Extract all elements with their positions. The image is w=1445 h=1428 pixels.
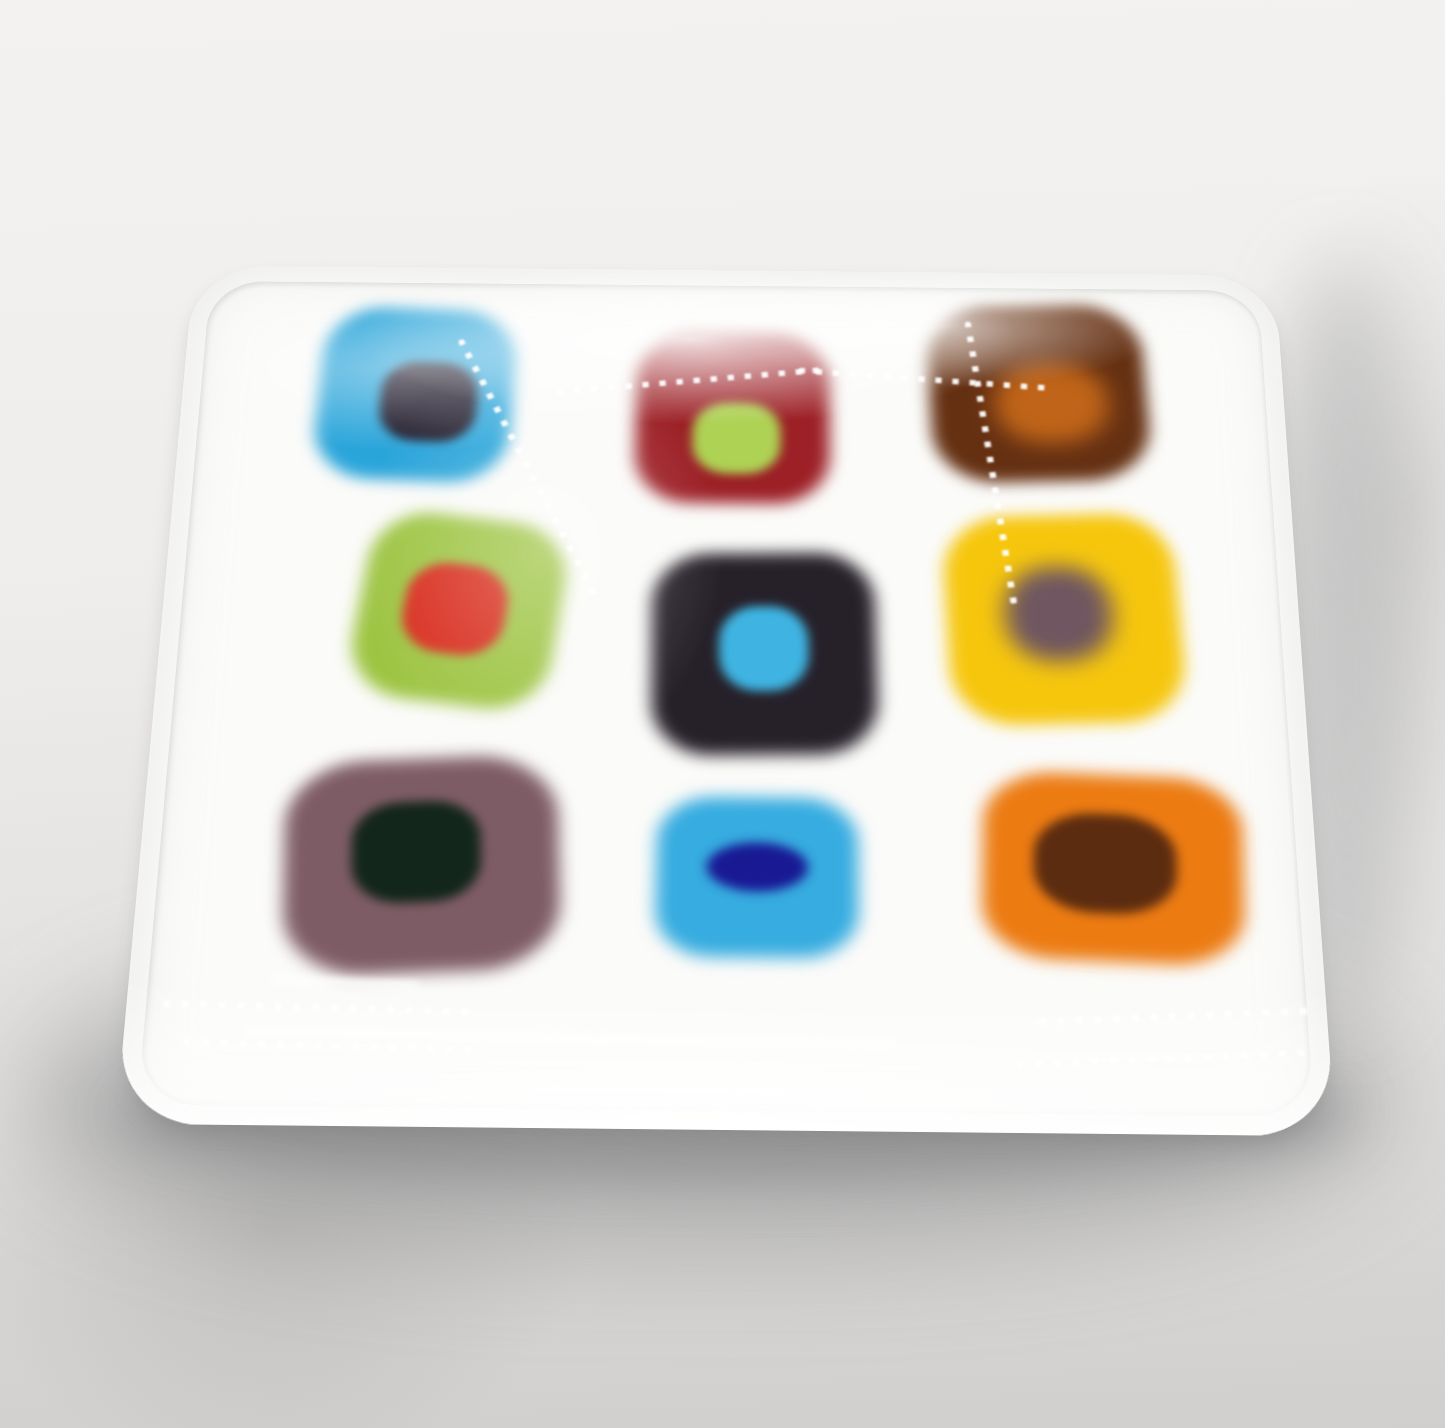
tile-r3c3-inner-square xyxy=(1033,811,1177,916)
specular-row-bottom-right-1 xyxy=(1039,1007,1315,1025)
specular-row-bottom-left-2 xyxy=(183,1038,480,1053)
glass-dish xyxy=(116,266,1336,1137)
dish-3d-wrap xyxy=(116,266,1336,1137)
tile-r2c3 xyxy=(941,513,1189,726)
tile-r1c3 xyxy=(925,304,1154,484)
tile-r1c2 xyxy=(633,333,830,503)
photo-canvas xyxy=(0,0,1445,1428)
tile-r1c2-inner-square xyxy=(692,402,780,474)
gloss-streak-left xyxy=(272,976,419,990)
tile-r3c2 xyxy=(654,796,859,958)
tile-r1c1-inner-square xyxy=(376,360,480,443)
tile-r2c2 xyxy=(651,553,879,756)
tile-r3c1 xyxy=(282,754,562,979)
tile-r3c1-inner-square xyxy=(351,799,481,904)
specular-row-bottom-right-2 xyxy=(1016,1049,1313,1068)
tile-r2c1 xyxy=(342,507,573,716)
specular-row-bottom-left-1 xyxy=(162,1000,477,1015)
gloss-streak-bottom-2 xyxy=(531,1085,790,1095)
tile-r3c3 xyxy=(981,770,1245,968)
tile-r2c2-inner-square xyxy=(718,606,809,691)
tile-r2c3-inner-square xyxy=(1001,566,1115,662)
